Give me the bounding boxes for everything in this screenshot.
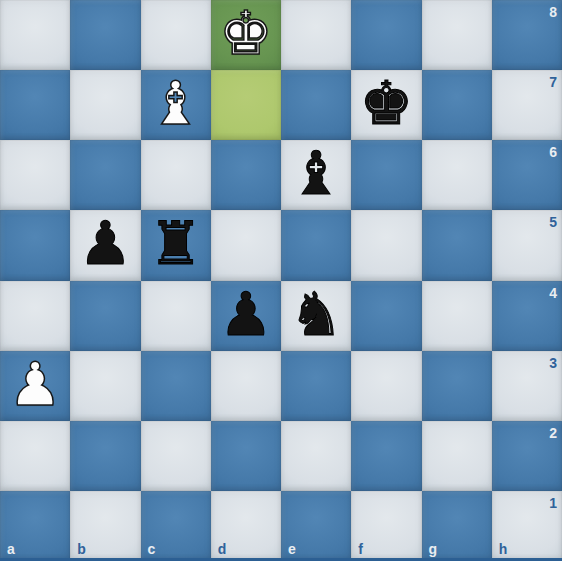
square-h4[interactable]: 4 <box>492 281 562 351</box>
square-g2[interactable] <box>422 421 492 491</box>
rank-label-1: 1 <box>549 496 557 510</box>
square-e7[interactable] <box>281 70 351 140</box>
file-label-e: e <box>288 542 296 556</box>
piece-white-pawn-a3[interactable]: ♟ <box>8 354 62 414</box>
square-a6[interactable] <box>0 140 70 210</box>
square-d4[interactable]: ♟ <box>211 281 281 351</box>
file-label-d: d <box>218 542 227 556</box>
rank-label-3: 3 <box>549 356 557 370</box>
square-g7[interactable] <box>422 70 492 140</box>
square-d8[interactable]: ♚ <box>211 0 281 70</box>
square-c3[interactable] <box>141 351 211 421</box>
square-a7[interactable] <box>0 70 70 140</box>
file-label-h: h <box>499 542 508 556</box>
square-c4[interactable] <box>141 281 211 351</box>
square-a8[interactable] <box>0 0 70 70</box>
square-b3[interactable] <box>70 351 140 421</box>
square-h5[interactable]: 5 <box>492 210 562 280</box>
file-label-b: b <box>77 542 86 556</box>
square-e2[interactable] <box>281 421 351 491</box>
square-c6[interactable] <box>141 140 211 210</box>
square-b7[interactable] <box>70 70 140 140</box>
file-label-a: a <box>7 542 15 556</box>
square-c5[interactable]: ♜ <box>141 210 211 280</box>
square-e6[interactable]: ♝ <box>281 140 351 210</box>
rank-label-8: 8 <box>549 5 557 19</box>
square-h6[interactable]: 6 <box>492 140 562 210</box>
square-g8[interactable] <box>422 0 492 70</box>
square-h2[interactable]: 2 <box>492 421 562 491</box>
rank-label-7: 7 <box>549 75 557 89</box>
square-f4[interactable] <box>351 281 421 351</box>
piece-black-pawn-d4[interactable]: ♟ <box>219 284 273 344</box>
rank-label-5: 5 <box>549 215 557 229</box>
piece-white-king-d8[interactable]: ♚ <box>219 3 273 63</box>
square-d6[interactable] <box>211 140 281 210</box>
square-h8[interactable]: 8 <box>492 0 562 70</box>
rank-label-2: 2 <box>549 426 557 440</box>
square-c1[interactable]: c <box>141 491 211 561</box>
rank-label-6: 6 <box>549 145 557 159</box>
chess-board: ♚8♝♚7♝6♟♜5♟♞4♟32abcdefg1h <box>0 0 562 561</box>
chess-app: ♚8♝♚7♝6♟♜5♟♞4♟32abcdefg1h <box>0 0 562 561</box>
piece-black-knight-e4[interactable]: ♞ <box>289 284 343 344</box>
square-a2[interactable] <box>0 421 70 491</box>
square-e5[interactable] <box>281 210 351 280</box>
square-a1[interactable]: a <box>0 491 70 561</box>
file-label-g: g <box>429 542 438 556</box>
square-a4[interactable] <box>0 281 70 351</box>
square-b6[interactable] <box>70 140 140 210</box>
square-h7[interactable]: 7 <box>492 70 562 140</box>
square-a3[interactable]: ♟ <box>0 351 70 421</box>
file-label-c: c <box>148 542 156 556</box>
square-b8[interactable] <box>70 0 140 70</box>
square-e3[interactable] <box>281 351 351 421</box>
square-c2[interactable] <box>141 421 211 491</box>
square-d2[interactable] <box>211 421 281 491</box>
square-g1[interactable]: g <box>422 491 492 561</box>
square-c7[interactable]: ♝ <box>141 70 211 140</box>
square-b1[interactable]: b <box>70 491 140 561</box>
square-f1[interactable]: f <box>351 491 421 561</box>
square-d5[interactable] <box>211 210 281 280</box>
square-f7[interactable]: ♚ <box>351 70 421 140</box>
piece-black-rook-c5[interactable]: ♜ <box>149 213 203 273</box>
square-b2[interactable] <box>70 421 140 491</box>
square-c8[interactable] <box>141 0 211 70</box>
piece-black-king-f7[interactable]: ♚ <box>359 73 413 133</box>
square-f6[interactable] <box>351 140 421 210</box>
square-f5[interactable] <box>351 210 421 280</box>
square-e1[interactable]: e <box>281 491 351 561</box>
rank-label-4: 4 <box>549 286 557 300</box>
square-e4[interactable]: ♞ <box>281 281 351 351</box>
square-g4[interactable] <box>422 281 492 351</box>
square-f3[interactable] <box>351 351 421 421</box>
square-h3[interactable]: 3 <box>492 351 562 421</box>
piece-white-bishop-c7[interactable]: ♝ <box>149 73 203 133</box>
square-a5[interactable] <box>0 210 70 280</box>
square-b4[interactable] <box>70 281 140 351</box>
square-h1[interactable]: 1h <box>492 491 562 561</box>
square-g3[interactable] <box>422 351 492 421</box>
file-label-f: f <box>358 542 363 556</box>
square-f8[interactable] <box>351 0 421 70</box>
square-e8[interactable] <box>281 0 351 70</box>
square-f2[interactable] <box>351 421 421 491</box>
square-d1[interactable]: d <box>211 491 281 561</box>
square-d7[interactable] <box>211 70 281 140</box>
square-g5[interactable] <box>422 210 492 280</box>
piece-black-pawn-b5[interactable]: ♟ <box>78 213 132 273</box>
piece-black-bishop-e6[interactable]: ♝ <box>289 143 343 203</box>
square-b5[interactable]: ♟ <box>70 210 140 280</box>
square-g6[interactable] <box>422 140 492 210</box>
square-d3[interactable] <box>211 351 281 421</box>
